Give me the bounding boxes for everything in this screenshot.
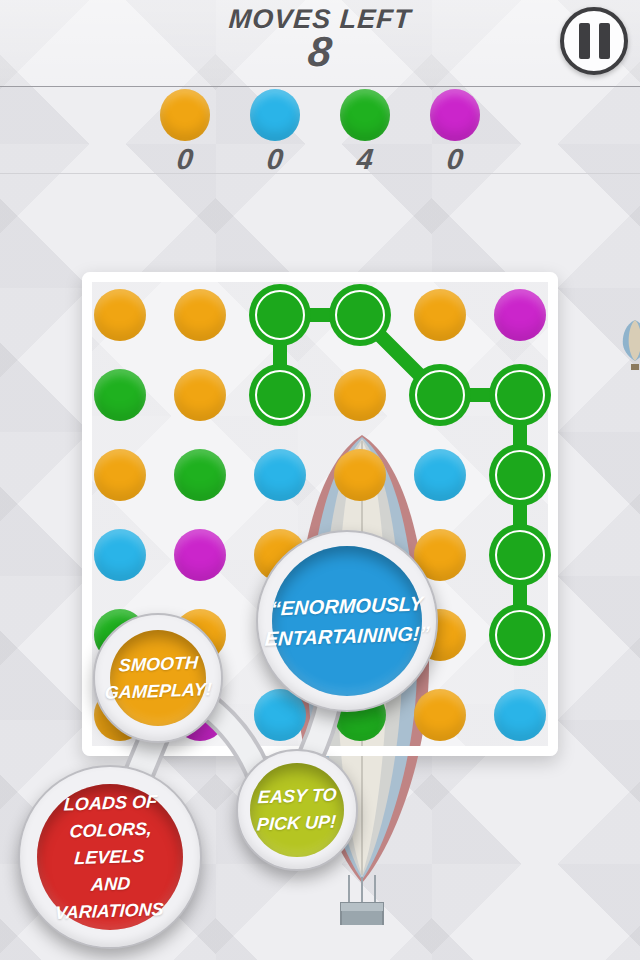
counter-green-value: 4 (338, 143, 391, 176)
dot-r2c1-green[interactable] (94, 369, 146, 421)
bubble-easy-to-pick-up-face: EASY TO PICK UP! (250, 763, 344, 857)
dot-r4c1-cyan[interactable] (94, 529, 146, 581)
bubble-text-line: PICK UP! (257, 809, 338, 839)
dot-r1c1-orange[interactable] (94, 289, 146, 341)
color-counters: 0 0 4 0 (0, 87, 640, 174)
top-bar: MOVES LEFT 8 (0, 0, 640, 87)
dot-r6c6-cyan[interactable] (494, 689, 546, 741)
bubble-text-line: AND VARIATIONS (35, 868, 184, 927)
small-balloon (620, 318, 640, 370)
counter-orange-value: 0 (158, 143, 211, 176)
bubble-enormously-entertaining-face: “ENORMOUSLY ENTARTAINING!” (272, 546, 422, 696)
magenta-dot-icon (430, 89, 480, 141)
dot-r1c6-magenta[interactable] (494, 289, 546, 341)
dot-r3c3-cyan[interactable] (254, 449, 306, 501)
pause-icon (599, 23, 610, 59)
bubble-text-line: GAMEPLAY! (104, 676, 212, 707)
dot-r3c6-green[interactable] (489, 444, 551, 506)
dot-r5c6-green[interactable] (489, 604, 551, 666)
counter-cyan: 0 (250, 87, 300, 173)
dot-r6c5-orange[interactable] (414, 689, 466, 741)
game-screen: MOVES LEFT 8 0 0 4 0 (0, 0, 640, 960)
green-dot-icon (340, 89, 390, 141)
bubble-text-line: ENTARTAINING!” (264, 618, 430, 654)
dot-r3c5-cyan[interactable] (414, 449, 466, 501)
dot-r1c3-green[interactable] (249, 284, 311, 346)
bubble-loads-of-colors-face: LOADS OF COLORS, LEVELS AND VARIATIONS (37, 784, 183, 930)
dot-r2c6-green[interactable] (489, 364, 551, 426)
dot-r2c5-green[interactable] (409, 364, 471, 426)
bubble-text-line: SMOOTH (118, 650, 199, 680)
bubble-smooth-gameplay-face: SMOOTH GAMEPLAY! (110, 630, 206, 726)
dot-r3c4-orange[interactable] (334, 449, 386, 501)
counter-magenta: 0 (430, 87, 480, 173)
moves-left-value: 8 (0, 28, 640, 76)
cyan-dot-icon (250, 89, 300, 141)
counter-magenta-value: 0 (428, 143, 481, 176)
counter-cyan-value: 0 (248, 143, 301, 176)
bubble-easy-to-pick-up: EASY TO PICK UP! (236, 749, 358, 871)
dot-r4c6-green[interactable] (489, 524, 551, 586)
dot-r3c1-orange[interactable] (94, 449, 146, 501)
dot-r1c5-orange[interactable] (414, 289, 466, 341)
dot-r1c2-orange[interactable] (174, 289, 226, 341)
bubble-enormously-entertaining: “ENORMOUSLY ENTARTAINING!” (256, 530, 438, 712)
pause-button[interactable] (560, 7, 628, 75)
pause-icon (579, 23, 590, 59)
bubble-text-line: EASY TO (257, 782, 337, 812)
dot-r2c4-orange[interactable] (334, 369, 386, 421)
dot-r4c2-magenta[interactable] (174, 529, 226, 581)
dot-r2c3-green[interactable] (249, 364, 311, 426)
bubble-text-line: COLORS, LEVELS (35, 814, 184, 873)
dot-r3c2-green[interactable] (174, 449, 226, 501)
orange-dot-icon (160, 89, 210, 141)
bubble-text-line: LOADS OF (63, 788, 158, 818)
bubble-smooth-gameplay: SMOOTH GAMEPLAY! (93, 613, 223, 743)
counter-green: 4 (340, 87, 390, 173)
bubble-loads-of-colors: LOADS OF COLORS, LEVELS AND VARIATIONS (18, 765, 202, 949)
dot-r1c4-green[interactable] (329, 284, 391, 346)
counter-orange: 0 (160, 87, 210, 173)
dot-r2c2-orange[interactable] (174, 369, 226, 421)
